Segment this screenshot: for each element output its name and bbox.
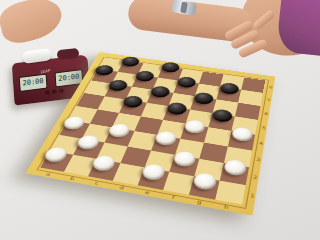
rank-label-7: 7 [266, 93, 272, 107]
clock-left-time-display: 20:00 [19, 74, 48, 92]
rank-label-8: 8 [268, 81, 274, 94]
white-man-f4[interactable] [183, 119, 206, 135]
square-e5[interactable] [163, 106, 190, 124]
player-hand [0, 0, 66, 47]
photo-scene: LEAP 20:00 20:00 abcdefgh 87654321 [0, 0, 320, 240]
white-man-b2[interactable] [75, 134, 101, 151]
square-f1[interactable] [163, 172, 194, 195]
rank-label-6: 6 [263, 106, 269, 121]
black-man-d8[interactable] [160, 61, 181, 73]
clock-button[interactable] [45, 90, 50, 95]
square-h2[interactable] [220, 163, 249, 185]
black-man-b8[interactable] [120, 56, 141, 68]
white-man-h4[interactable] [231, 126, 254, 142]
square-g4[interactable] [204, 127, 232, 146]
board-grid [40, 58, 265, 205]
square-a1[interactable] [40, 151, 73, 172]
clock-button[interactable] [52, 89, 57, 94]
white-man-e3[interactable] [154, 130, 178, 146]
checkers-board: abcdefgh 87654321 [25, 52, 275, 216]
square-h1[interactable] [215, 181, 245, 205]
square-g7[interactable] [216, 87, 241, 103]
board-frame-line [36, 57, 269, 209]
board-anchor: abcdefgh 87654321 [61, 18, 265, 222]
white-man-a3[interactable] [61, 115, 86, 130]
square-h6[interactable] [235, 103, 260, 120]
white-man-f2[interactable] [172, 150, 197, 168]
square-g3[interactable] [199, 143, 228, 164]
black-man-g5[interactable] [211, 108, 233, 123]
